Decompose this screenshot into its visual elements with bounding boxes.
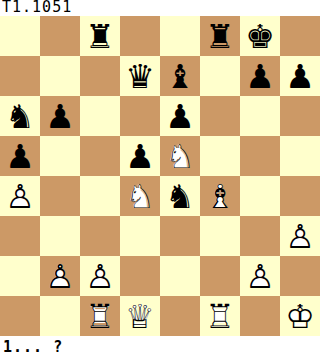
white-knight: ♞♘: [160, 136, 200, 176]
square-d2[interactable]: [120, 256, 160, 296]
square-a5[interactable]: ♟: [0, 136, 40, 176]
black-queen: ♛: [120, 56, 160, 96]
square-f4[interactable]: ♝♗: [200, 176, 240, 216]
square-f6[interactable]: [200, 96, 240, 136]
square-g5[interactable]: [240, 136, 280, 176]
white-pawn: ♟♙: [280, 216, 320, 256]
square-b4[interactable]: [40, 176, 80, 216]
chess-puzzle-window: T1.1051 ♜♜♚♛♝♟♟♞♟♟♟♟♞♘♟♙♞♘♞♝♗♟♙♟♙♟♙♟♙♜♖♛…: [0, 0, 320, 360]
white-rook: ♜♖: [200, 296, 240, 336]
square-f7[interactable]: [200, 56, 240, 96]
square-e8[interactable]: [160, 16, 200, 56]
square-b1[interactable]: [40, 296, 80, 336]
square-a2[interactable]: [0, 256, 40, 296]
square-e3[interactable]: [160, 216, 200, 256]
square-e6[interactable]: ♟: [160, 96, 200, 136]
white-pawn: ♟♙: [0, 176, 40, 216]
square-g2[interactable]: ♟♙: [240, 256, 280, 296]
square-a4[interactable]: ♟♙: [0, 176, 40, 216]
square-g3[interactable]: [240, 216, 280, 256]
white-pawn: ♟♙: [240, 256, 280, 296]
square-c5[interactable]: [80, 136, 120, 176]
square-c6[interactable]: [80, 96, 120, 136]
square-d5[interactable]: ♟: [120, 136, 160, 176]
black-pawn: ♟: [40, 96, 80, 136]
square-h8[interactable]: [280, 16, 320, 56]
square-b7[interactable]: [40, 56, 80, 96]
black-bishop: ♝: [160, 56, 200, 96]
square-e5[interactable]: ♞♘: [160, 136, 200, 176]
square-g4[interactable]: [240, 176, 280, 216]
black-pawn: ♟: [0, 136, 40, 176]
white-pawn: ♟♙: [80, 256, 120, 296]
square-b6[interactable]: ♟: [40, 96, 80, 136]
square-g7[interactable]: ♟: [240, 56, 280, 96]
square-d4[interactable]: ♞♘: [120, 176, 160, 216]
black-king: ♚: [240, 16, 280, 56]
square-d3[interactable]: [120, 216, 160, 256]
puzzle-id: T1.1051: [0, 0, 320, 16]
square-f3[interactable]: [200, 216, 240, 256]
black-knight: ♞: [0, 96, 40, 136]
black-pawn: ♟: [280, 56, 320, 96]
black-knight: ♞: [160, 176, 200, 216]
square-c4[interactable]: [80, 176, 120, 216]
square-g6[interactable]: [240, 96, 280, 136]
square-c1[interactable]: ♜♖: [80, 296, 120, 336]
square-h5[interactable]: [280, 136, 320, 176]
square-e1[interactable]: [160, 296, 200, 336]
black-rook: ♜: [200, 16, 240, 56]
square-h6[interactable]: [280, 96, 320, 136]
white-queen: ♛♕: [120, 296, 160, 336]
square-e7[interactable]: ♝: [160, 56, 200, 96]
black-pawn: ♟: [240, 56, 280, 96]
square-g1[interactable]: [240, 296, 280, 336]
square-a7[interactable]: [0, 56, 40, 96]
square-b2[interactable]: ♟♙: [40, 256, 80, 296]
black-pawn: ♟: [120, 136, 160, 176]
square-f5[interactable]: [200, 136, 240, 176]
square-b5[interactable]: [40, 136, 80, 176]
square-h1[interactable]: ♚♔: [280, 296, 320, 336]
square-f2[interactable]: [200, 256, 240, 296]
square-f1[interactable]: ♜♖: [200, 296, 240, 336]
black-rook: ♜: [80, 16, 120, 56]
square-a6[interactable]: ♞: [0, 96, 40, 136]
square-c7[interactable]: [80, 56, 120, 96]
square-b8[interactable]: [40, 16, 80, 56]
black-pawn: ♟: [160, 96, 200, 136]
chess-board: ♜♜♚♛♝♟♟♞♟♟♟♟♞♘♟♙♞♘♞♝♗♟♙♟♙♟♙♟♙♜♖♛♕♜♖♚♔: [0, 16, 320, 336]
square-a1[interactable]: [0, 296, 40, 336]
square-a3[interactable]: [0, 216, 40, 256]
square-f8[interactable]: ♜: [200, 16, 240, 56]
square-h3[interactable]: ♟♙: [280, 216, 320, 256]
square-h2[interactable]: [280, 256, 320, 296]
square-d8[interactable]: [120, 16, 160, 56]
white-king: ♚♔: [280, 296, 320, 336]
square-g8[interactable]: ♚: [240, 16, 280, 56]
square-d7[interactable]: ♛: [120, 56, 160, 96]
square-e4[interactable]: ♞: [160, 176, 200, 216]
white-rook: ♜♖: [80, 296, 120, 336]
square-c3[interactable]: [80, 216, 120, 256]
square-d6[interactable]: [120, 96, 160, 136]
white-pawn: ♟♙: [40, 256, 80, 296]
square-d1[interactable]: ♛♕: [120, 296, 160, 336]
square-a8[interactable]: [0, 16, 40, 56]
square-h4[interactable]: [280, 176, 320, 216]
square-b3[interactable]: [40, 216, 80, 256]
move-prompt: 1... ?: [0, 336, 320, 360]
white-bishop: ♝♗: [200, 176, 240, 216]
white-knight: ♞♘: [120, 176, 160, 216]
square-c2[interactable]: ♟♙: [80, 256, 120, 296]
square-e2[interactable]: [160, 256, 200, 296]
square-c8[interactable]: ♜: [80, 16, 120, 56]
square-h7[interactable]: ♟: [280, 56, 320, 96]
